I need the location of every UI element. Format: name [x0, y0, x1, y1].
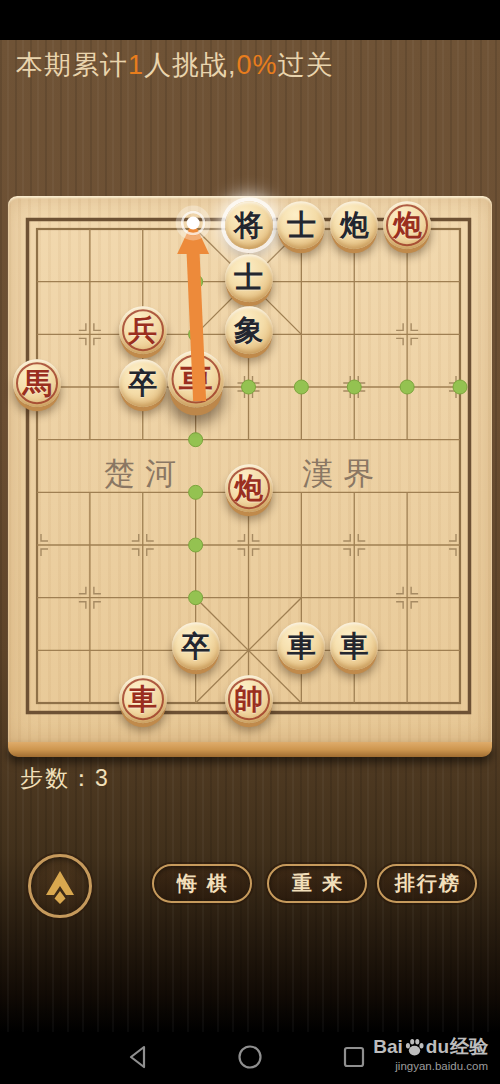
piece-black-将-r0c4[interactable]: 将 [225, 201, 273, 249]
piece-glyph: 車 [340, 632, 369, 661]
piece-black-車-r8c6[interactable]: 車 [330, 623, 378, 671]
paw-icon [404, 1037, 425, 1058]
step-counter-value: 3 [95, 765, 110, 791]
piece-glyph: 将 [234, 211, 263, 240]
piece-red-炮-r0c7[interactable]: 炮 [383, 201, 431, 249]
home-icon[interactable] [237, 1044, 263, 1070]
status-bar [0, 0, 500, 40]
stats-middle: 人挑战, [144, 50, 237, 80]
undo-button-label: 悔棋 [167, 870, 237, 897]
piece-glyph: 卒 [181, 632, 210, 661]
piece-glyph: 車 [287, 632, 316, 661]
piece-black-卒-r3c2[interactable]: 卒 [119, 359, 167, 407]
xiangqi-board[interactable]: 楚河漢界 将士炮炮士兵象馬卒車炮卒車車車帥 [8, 196, 492, 742]
svg-text:漢界: 漢界 [302, 456, 384, 491]
piece-glyph: 炮 [393, 211, 422, 240]
baidu-logo: Bai du 经验 [373, 1034, 488, 1060]
piece-glyph: 車 [128, 685, 157, 714]
baidu-watermark: Bai du 经验 jingyan.baidu.com [373, 1034, 488, 1072]
challenge-stats-text: 本期累计1人挑战,0%过关 [16, 44, 334, 86]
restart-button-label: 重来 [282, 870, 352, 897]
piece-red-帥-r9c4[interactable]: 帥 [225, 675, 273, 723]
piece-glyph: 象 [234, 316, 263, 345]
expand-up-button[interactable] [28, 854, 92, 918]
restart-button[interactable]: 重来 [267, 864, 367, 903]
piece-glyph: 士 [234, 263, 263, 292]
leaderboard-button[interactable]: 排行榜 [377, 864, 477, 903]
move-dot [189, 538, 203, 552]
baidu-brand-b: du [426, 1036, 449, 1058]
svg-text:楚河: 楚河 [104, 456, 186, 491]
move-dot [189, 433, 203, 447]
move-dot [189, 327, 203, 341]
piece-glyph: 士 [287, 211, 316, 240]
piece-black-象-r2c4[interactable]: 象 [225, 306, 273, 354]
move-dot [189, 591, 203, 605]
android-nav-bar: Bai du 经验 jingyan.baidu.com [0, 1032, 500, 1084]
piece-glyph: 車 [179, 362, 213, 396]
move-dot [189, 275, 203, 289]
stats-prefix: 本期累计 [16, 50, 128, 80]
baidu-url: jingyan.baidu.com [373, 1060, 488, 1072]
move-dot [400, 380, 414, 394]
step-counter-label: 步数： [20, 765, 95, 791]
baidu-brand-suffix: 经验 [450, 1034, 488, 1060]
piece-black-車-r8c5[interactable]: 車 [277, 623, 325, 671]
piece-glyph: 兵 [128, 316, 157, 345]
leaderboard-button-label: 排行榜 [393, 870, 461, 897]
piece-glyph: 卒 [128, 369, 157, 398]
baidu-brand-a: Bai [373, 1036, 403, 1058]
piece-black-炮-r0c6[interactable]: 炮 [330, 201, 378, 249]
piece-glyph: 馬 [23, 369, 52, 398]
move-dot [347, 380, 361, 394]
piece-black-卒-r8c3[interactable]: 卒 [172, 623, 220, 671]
piece-black-士-r0c5[interactable]: 士 [277, 201, 325, 249]
piece-red-炮-r5c4[interactable]: 炮 [225, 465, 273, 513]
board-front-edge [8, 742, 492, 757]
piece-red-馬-r3c0[interactable]: 馬 [13, 359, 61, 407]
stats-suffix: 过关 [278, 50, 334, 80]
move-dot [453, 380, 467, 394]
piece-red-兵-r2c2[interactable]: 兵 [119, 306, 167, 354]
move-dot [294, 380, 308, 394]
piece-glyph: 帥 [234, 685, 263, 714]
piece-black-士-r1c4[interactable]: 士 [225, 254, 273, 302]
undo-button[interactable]: 悔棋 [152, 864, 252, 903]
piece-glyph: 炮 [234, 474, 263, 503]
recents-icon[interactable] [342, 1044, 366, 1070]
step-counter: 步数：3 [20, 763, 110, 794]
piece-red-車-r9c2[interactable]: 車 [119, 675, 167, 723]
move-dot [242, 380, 256, 394]
back-icon[interactable] [127, 1044, 151, 1070]
stats-count: 1 [128, 50, 144, 80]
move-dot [189, 485, 203, 499]
chevron-up-icon [40, 865, 80, 907]
stats-percent: 0% [237, 50, 278, 80]
piece-red-車-r3c3[interactable]: 車 [167, 351, 224, 408]
piece-glyph: 炮 [340, 211, 369, 240]
